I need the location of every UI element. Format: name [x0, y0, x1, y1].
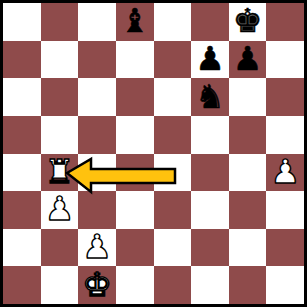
- square-a4[interactable]: [3, 154, 41, 192]
- square-g5[interactable]: [229, 116, 267, 154]
- square-h5[interactable]: [266, 116, 304, 154]
- square-e7[interactable]: [154, 41, 192, 79]
- square-h8[interactable]: [266, 3, 304, 41]
- square-b7[interactable]: [41, 41, 79, 79]
- square-b1[interactable]: [41, 266, 79, 304]
- square-d8[interactable]: ♝: [116, 3, 154, 41]
- square-h4[interactable]: ♟: [266, 154, 304, 192]
- square-d2[interactable]: [116, 229, 154, 267]
- square-h2[interactable]: [266, 229, 304, 267]
- square-a5[interactable]: [3, 116, 41, 154]
- square-a8[interactable]: [3, 3, 41, 41]
- square-c3[interactable]: [78, 191, 116, 229]
- chess-board-frame: ♝♚♟♟♞♜♟♟♟♚: [0, 0, 307, 307]
- square-a2[interactable]: [3, 229, 41, 267]
- square-c1[interactable]: ♚: [78, 266, 116, 304]
- square-g3[interactable]: [229, 191, 267, 229]
- square-b6[interactable]: [41, 78, 79, 116]
- square-e8[interactable]: [154, 3, 192, 41]
- chess-board: ♝♚♟♟♞♜♟♟♟♚: [3, 3, 304, 304]
- square-c6[interactable]: [78, 78, 116, 116]
- square-b3[interactable]: ♟: [41, 191, 79, 229]
- square-f7[interactable]: ♟: [191, 41, 229, 79]
- square-h7[interactable]: [266, 41, 304, 79]
- square-a1[interactable]: [3, 266, 41, 304]
- square-c4[interactable]: [78, 154, 116, 192]
- square-g4[interactable]: [229, 154, 267, 192]
- square-b8[interactable]: [41, 3, 79, 41]
- square-d5[interactable]: [116, 116, 154, 154]
- square-b2[interactable]: [41, 229, 79, 267]
- square-f1[interactable]: [191, 266, 229, 304]
- square-f2[interactable]: [191, 229, 229, 267]
- piece-white-pawn-b3[interactable]: ♟: [45, 192, 75, 225]
- square-b4[interactable]: ♜: [41, 154, 79, 192]
- square-f4[interactable]: [191, 154, 229, 192]
- square-e1[interactable]: [154, 266, 192, 304]
- square-e6[interactable]: [154, 78, 192, 116]
- square-c5[interactable]: [78, 116, 116, 154]
- piece-black-pawn-g7[interactable]: ♟: [233, 42, 263, 75]
- square-a3[interactable]: [3, 191, 41, 229]
- square-a7[interactable]: [3, 41, 41, 79]
- square-g6[interactable]: [229, 78, 267, 116]
- square-b5[interactable]: [41, 116, 79, 154]
- square-g1[interactable]: [229, 266, 267, 304]
- square-c8[interactable]: [78, 3, 116, 41]
- square-g7[interactable]: ♟: [229, 41, 267, 79]
- square-c2[interactable]: ♟: [78, 229, 116, 267]
- piece-black-knight-f6[interactable]: ♞: [195, 80, 225, 113]
- square-g2[interactable]: [229, 229, 267, 267]
- square-d3[interactable]: [116, 191, 154, 229]
- square-e2[interactable]: [154, 229, 192, 267]
- square-e4[interactable]: [154, 154, 192, 192]
- square-d1[interactable]: [116, 266, 154, 304]
- square-f6[interactable]: ♞: [191, 78, 229, 116]
- square-c7[interactable]: [78, 41, 116, 79]
- square-h3[interactable]: [266, 191, 304, 229]
- square-h6[interactable]: [266, 78, 304, 116]
- square-d4[interactable]: [116, 154, 154, 192]
- piece-black-pawn-f7[interactable]: ♟: [195, 42, 225, 75]
- square-d7[interactable]: [116, 41, 154, 79]
- square-a6[interactable]: [3, 78, 41, 116]
- square-f3[interactable]: [191, 191, 229, 229]
- piece-black-bishop-d8[interactable]: ♝: [120, 4, 150, 37]
- square-f8[interactable]: [191, 3, 229, 41]
- square-e3[interactable]: [154, 191, 192, 229]
- piece-white-king-c1[interactable]: ♚: [82, 268, 112, 301]
- piece-white-pawn-c2[interactable]: ♟: [82, 230, 112, 263]
- square-f5[interactable]: [191, 116, 229, 154]
- piece-black-king-g8[interactable]: ♚: [233, 4, 263, 37]
- square-h1[interactable]: [266, 266, 304, 304]
- square-d6[interactable]: [116, 78, 154, 116]
- piece-white-pawn-h4[interactable]: ♟: [270, 155, 300, 188]
- piece-white-rook-b4[interactable]: ♜: [45, 155, 75, 188]
- square-e5[interactable]: [154, 116, 192, 154]
- square-g8[interactable]: ♚: [229, 3, 267, 41]
